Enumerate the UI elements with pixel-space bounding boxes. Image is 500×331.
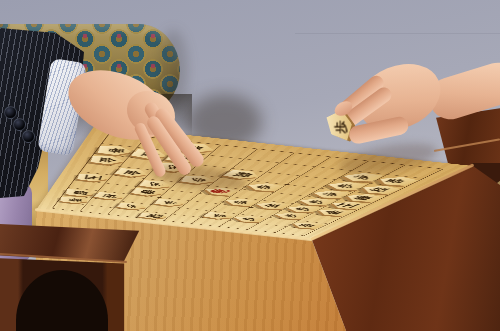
side-table-front [0, 256, 128, 331]
sleeve-button [4, 106, 17, 119]
sleeve-button [13, 118, 26, 131]
sleeve-button [22, 130, 35, 143]
side-table-arch-cutout [16, 270, 108, 331]
scene-shogi-match: 歩香桂歩歩香金歩銀歩桂金歩歩歩銀玉歩竜歩王銀歩金歩金銀桂歩歩香歩歩歩香飛 歩 [0, 0, 500, 331]
wall-seam-line [295, 33, 500, 34]
